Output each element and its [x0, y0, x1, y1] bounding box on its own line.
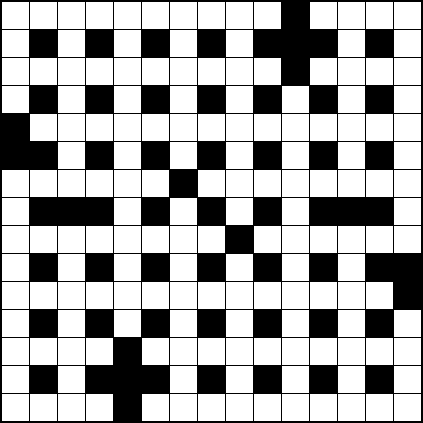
white-cell-r10c3[interactable]	[86, 282, 113, 309]
white-cell-r8c9[interactable]	[254, 226, 281, 253]
white-cell-r4c13[interactable]	[366, 114, 393, 141]
black-cell-r1c11	[310, 30, 337, 57]
white-cell-r9c8[interactable]	[226, 254, 253, 281]
white-cell-r4c3[interactable]	[86, 114, 113, 141]
white-cell-r11c4[interactable]	[114, 310, 141, 337]
black-cell-r1c9	[254, 30, 281, 57]
white-cell-r11c6[interactable]	[170, 310, 197, 337]
white-cell-r14c5[interactable]	[142, 394, 169, 421]
white-cell-r10c9[interactable]	[254, 282, 281, 309]
black-cell-r7c9	[254, 198, 281, 225]
white-cell-r10c10[interactable]	[282, 282, 309, 309]
black-cell-r7c3	[86, 198, 113, 225]
white-cell-r0c13[interactable]	[366, 2, 393, 29]
white-cell-r7c14[interactable]	[394, 198, 421, 225]
white-cell-r5c12[interactable]	[338, 142, 365, 169]
white-cell-r10c7[interactable]	[198, 282, 225, 309]
white-cell-r4c4[interactable]	[114, 114, 141, 141]
black-cell-r3c3	[86, 86, 113, 113]
white-cell-r3c2[interactable]	[58, 86, 85, 113]
black-cell-r1c1	[30, 30, 57, 57]
white-cell-r6c7[interactable]	[198, 170, 225, 197]
black-cell-r5c5	[142, 142, 169, 169]
white-cell-r14c0[interactable]	[2, 394, 29, 421]
white-cell-r14c1[interactable]	[30, 394, 57, 421]
white-cell-r2c4[interactable]	[114, 58, 141, 85]
black-cell-r7c11	[310, 198, 337, 225]
white-cell-r6c10[interactable]	[282, 170, 309, 197]
white-cell-r14c3[interactable]	[86, 394, 113, 421]
white-cell-r10c12[interactable]	[338, 282, 365, 309]
white-cell-r8c14[interactable]	[394, 226, 421, 253]
white-cell-r10c13[interactable]	[366, 282, 393, 309]
white-cell-r2c3[interactable]	[86, 58, 113, 85]
black-cell-r13c9	[254, 366, 281, 393]
black-cell-r5c9	[254, 142, 281, 169]
black-cell-r1c10	[282, 30, 309, 57]
white-cell-r13c12[interactable]	[338, 366, 365, 393]
black-cell-r1c7	[198, 30, 225, 57]
black-cell-r11c3	[86, 310, 113, 337]
white-cell-r0c14[interactable]	[394, 2, 421, 29]
white-cell-r10c4[interactable]	[114, 282, 141, 309]
black-cell-r5c7	[198, 142, 225, 169]
white-cell-r1c12[interactable]	[338, 30, 365, 57]
white-cell-r5c2[interactable]	[58, 142, 85, 169]
white-cell-r9c4[interactable]	[114, 254, 141, 281]
white-cell-r10c2[interactable]	[58, 282, 85, 309]
white-cell-r14c8[interactable]	[226, 394, 253, 421]
white-cell-r4c5[interactable]	[142, 114, 169, 141]
black-cell-r13c3	[86, 366, 113, 393]
white-cell-r14c14[interactable]	[394, 394, 421, 421]
black-cell-r13c7	[198, 366, 225, 393]
black-cell-r11c11	[310, 310, 337, 337]
white-cell-r2c8[interactable]	[226, 58, 253, 85]
white-cell-r6c9[interactable]	[254, 170, 281, 197]
black-cell-r6c6	[170, 170, 197, 197]
black-cell-r7c7	[198, 198, 225, 225]
white-cell-r4c2[interactable]	[58, 114, 85, 141]
white-cell-r10c6[interactable]	[170, 282, 197, 309]
white-cell-r13c10[interactable]	[282, 366, 309, 393]
white-cell-r1c6[interactable]	[170, 30, 197, 57]
white-cell-r10c0[interactable]	[2, 282, 29, 309]
white-cell-r12c12[interactable]	[338, 338, 365, 365]
white-cell-r11c8[interactable]	[226, 310, 253, 337]
white-cell-r9c10[interactable]	[282, 254, 309, 281]
white-cell-r0c11[interactable]	[310, 2, 337, 29]
white-cell-r10c1[interactable]	[30, 282, 57, 309]
white-cell-r2c14[interactable]	[394, 58, 421, 85]
white-cell-r8c7[interactable]	[198, 226, 225, 253]
white-cell-r12c1[interactable]	[30, 338, 57, 365]
black-cell-r5c3	[86, 142, 113, 169]
white-cell-r5c14[interactable]	[394, 142, 421, 169]
white-cell-r6c12[interactable]	[338, 170, 365, 197]
white-cell-r14c2[interactable]	[58, 394, 85, 421]
white-cell-r3c4[interactable]	[114, 86, 141, 113]
white-cell-r10c11[interactable]	[310, 282, 337, 309]
white-cell-r0c8[interactable]	[226, 2, 253, 29]
white-cell-r7c0[interactable]	[2, 198, 29, 225]
white-cell-r8c10[interactable]	[282, 226, 309, 253]
white-cell-r12c6[interactable]	[170, 338, 197, 365]
white-cell-r1c0[interactable]	[2, 30, 29, 57]
white-cell-r14c9[interactable]	[254, 394, 281, 421]
white-cell-r4c14[interactable]	[394, 114, 421, 141]
white-cell-r4c9[interactable]	[254, 114, 281, 141]
black-cell-r11c9	[254, 310, 281, 337]
white-cell-r12c3[interactable]	[86, 338, 113, 365]
white-cell-r5c4[interactable]	[114, 142, 141, 169]
black-cell-r1c13	[366, 30, 393, 57]
black-cell-r13c4	[114, 366, 141, 393]
white-cell-r7c4[interactable]	[114, 198, 141, 225]
white-cell-r12c14[interactable]	[394, 338, 421, 365]
black-cell-r7c13	[366, 198, 393, 225]
white-cell-r9c12[interactable]	[338, 254, 365, 281]
black-cell-r1c3	[86, 30, 113, 57]
white-cell-r12c13[interactable]	[366, 338, 393, 365]
white-cell-r12c9[interactable]	[254, 338, 281, 365]
white-cell-r12c5[interactable]	[142, 338, 169, 365]
black-cell-r13c13	[366, 366, 393, 393]
white-cell-r1c8[interactable]	[226, 30, 253, 57]
white-cell-r0c3[interactable]	[86, 2, 113, 29]
white-cell-r4c10[interactable]	[282, 114, 309, 141]
white-cell-r6c11[interactable]	[310, 170, 337, 197]
black-cell-r11c7	[198, 310, 225, 337]
white-cell-r3c0[interactable]	[2, 86, 29, 113]
white-cell-r3c6[interactable]	[170, 86, 197, 113]
crossword-board	[0, 0, 423, 423]
white-cell-r4c1[interactable]	[30, 114, 57, 141]
white-cell-r2c5[interactable]	[142, 58, 169, 85]
white-cell-r11c14[interactable]	[394, 310, 421, 337]
white-cell-r12c8[interactable]	[226, 338, 253, 365]
black-cell-r3c7	[198, 86, 225, 113]
black-cell-r7c2	[58, 198, 85, 225]
white-cell-r6c13[interactable]	[366, 170, 393, 197]
white-cell-r3c12[interactable]	[338, 86, 365, 113]
white-cell-r6c4[interactable]	[114, 170, 141, 197]
white-cell-r13c8[interactable]	[226, 366, 253, 393]
white-cell-r13c6[interactable]	[170, 366, 197, 393]
white-cell-r14c13[interactable]	[366, 394, 393, 421]
white-cell-r2c6[interactable]	[170, 58, 197, 85]
white-cell-r8c4[interactable]	[114, 226, 141, 253]
white-cell-r3c14[interactable]	[394, 86, 421, 113]
white-cell-r13c0[interactable]	[2, 366, 29, 393]
black-cell-r13c11	[310, 366, 337, 393]
white-cell-r6c3[interactable]	[86, 170, 113, 197]
white-cell-r14c12[interactable]	[338, 394, 365, 421]
white-cell-r2c13[interactable]	[366, 58, 393, 85]
black-cell-r11c5	[142, 310, 169, 337]
white-cell-r7c10[interactable]	[282, 198, 309, 225]
white-cell-r7c8[interactable]	[226, 198, 253, 225]
white-cell-r0c1[interactable]	[30, 2, 57, 29]
black-cell-r3c13	[366, 86, 393, 113]
black-cell-r0c10	[282, 2, 309, 29]
white-cell-r8c11[interactable]	[310, 226, 337, 253]
black-cell-r5c0	[2, 142, 29, 169]
black-cell-r2c10	[282, 58, 309, 85]
white-cell-r4c11[interactable]	[310, 114, 337, 141]
white-cell-r8c0[interactable]	[2, 226, 29, 253]
white-cell-r1c2[interactable]	[58, 30, 85, 57]
white-cell-r7c6[interactable]	[170, 198, 197, 225]
white-cell-r3c10[interactable]	[282, 86, 309, 113]
black-cell-r7c12	[338, 198, 365, 225]
white-cell-r5c10[interactable]	[282, 142, 309, 169]
white-cell-r2c1[interactable]	[30, 58, 57, 85]
black-cell-r1c5	[142, 30, 169, 57]
black-cell-r9c1	[30, 254, 57, 281]
white-cell-r14c11[interactable]	[310, 394, 337, 421]
white-cell-r6c8[interactable]	[226, 170, 253, 197]
white-cell-r9c2[interactable]	[58, 254, 85, 281]
black-cell-r4c0	[2, 114, 29, 141]
black-cell-r8c8	[226, 226, 253, 253]
white-cell-r4c6[interactable]	[170, 114, 197, 141]
black-cell-r11c13	[366, 310, 393, 337]
black-cell-r11c1	[30, 310, 57, 337]
white-cell-r11c12[interactable]	[338, 310, 365, 337]
white-cell-r12c7[interactable]	[198, 338, 225, 365]
white-cell-r13c2[interactable]	[58, 366, 85, 393]
black-cell-r3c1	[30, 86, 57, 113]
white-cell-r6c1[interactable]	[30, 170, 57, 197]
white-cell-r11c10[interactable]	[282, 310, 309, 337]
black-cell-r5c1	[30, 142, 57, 169]
black-cell-r9c3	[86, 254, 113, 281]
white-cell-r6c5[interactable]	[142, 170, 169, 197]
white-cell-r9c0[interactable]	[2, 254, 29, 281]
black-cell-r12c4	[114, 338, 141, 365]
black-cell-r9c5	[142, 254, 169, 281]
white-cell-r11c2[interactable]	[58, 310, 85, 337]
black-cell-r5c13	[366, 142, 393, 169]
white-cell-r0c12[interactable]	[338, 2, 365, 29]
black-cell-r14c4	[114, 394, 141, 421]
black-cell-r7c1	[30, 198, 57, 225]
white-cell-r12c10[interactable]	[282, 338, 309, 365]
black-cell-r5c11	[310, 142, 337, 169]
black-cell-r13c1	[30, 366, 57, 393]
black-cell-r3c9	[254, 86, 281, 113]
black-cell-r9c14	[394, 254, 421, 281]
white-cell-r12c2[interactable]	[58, 338, 85, 365]
white-cell-r8c5[interactable]	[142, 226, 169, 253]
white-cell-r1c4[interactable]	[114, 30, 141, 57]
white-cell-r2c11[interactable]	[310, 58, 337, 85]
white-cell-r0c0[interactable]	[2, 2, 29, 29]
white-cell-r9c6[interactable]	[170, 254, 197, 281]
black-cell-r3c5	[142, 86, 169, 113]
white-cell-r8c1[interactable]	[30, 226, 57, 253]
white-cell-r2c12[interactable]	[338, 58, 365, 85]
white-cell-r12c11[interactable]	[310, 338, 337, 365]
white-cell-r4c8[interactable]	[226, 114, 253, 141]
white-cell-r8c2[interactable]	[58, 226, 85, 253]
white-cell-r0c7[interactable]	[198, 2, 225, 29]
white-cell-r10c8[interactable]	[226, 282, 253, 309]
white-cell-r3c8[interactable]	[226, 86, 253, 113]
black-cell-r9c11	[310, 254, 337, 281]
white-cell-r2c7[interactable]	[198, 58, 225, 85]
black-cell-r10c14	[394, 282, 421, 309]
white-cell-r8c12[interactable]	[338, 226, 365, 253]
white-cell-r8c3[interactable]	[86, 226, 113, 253]
white-cell-r14c10[interactable]	[282, 394, 309, 421]
black-cell-r9c13	[366, 254, 393, 281]
black-cell-r7c5	[142, 198, 169, 225]
white-cell-r6c2[interactable]	[58, 170, 85, 197]
white-cell-r1c14[interactable]	[394, 30, 421, 57]
white-cell-r5c6[interactable]	[170, 142, 197, 169]
black-cell-r13c5	[142, 366, 169, 393]
black-cell-r9c9	[254, 254, 281, 281]
white-cell-r0c2[interactable]	[58, 2, 85, 29]
white-cell-r8c13[interactable]	[366, 226, 393, 253]
white-cell-r14c6[interactable]	[170, 394, 197, 421]
white-cell-r8c6[interactable]	[170, 226, 197, 253]
white-cell-r13c14[interactable]	[394, 366, 421, 393]
white-cell-r14c7[interactable]	[198, 394, 225, 421]
white-cell-r11c0[interactable]	[2, 310, 29, 337]
white-cell-r6c0[interactable]	[2, 170, 29, 197]
white-cell-r2c0[interactable]	[2, 58, 29, 85]
white-cell-r2c2[interactable]	[58, 58, 85, 85]
white-cell-r4c12[interactable]	[338, 114, 365, 141]
black-cell-r3c11	[310, 86, 337, 113]
white-cell-r0c6[interactable]	[170, 2, 197, 29]
white-cell-r0c9[interactable]	[254, 2, 281, 29]
white-cell-r12c0[interactable]	[2, 338, 29, 365]
white-cell-r10c5[interactable]	[142, 282, 169, 309]
white-cell-r0c5[interactable]	[142, 2, 169, 29]
black-cell-r9c7	[198, 254, 225, 281]
white-cell-r4c7[interactable]	[198, 114, 225, 141]
white-cell-r0c4[interactable]	[114, 2, 141, 29]
white-cell-r2c9[interactable]	[254, 58, 281, 85]
white-cell-r5c8[interactable]	[226, 142, 253, 169]
white-cell-r6c14[interactable]	[394, 170, 421, 197]
